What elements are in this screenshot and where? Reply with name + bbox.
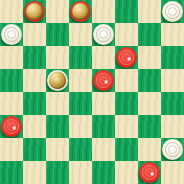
- light-square-r3c1: [23, 69, 46, 92]
- dark-square-21[interactable]: [0, 115, 23, 138]
- light-square-r6c2: [46, 138, 69, 161]
- checkers-app: [0, 0, 184, 184]
- king-crown-icon: [49, 72, 66, 89]
- red-man-square-15[interactable]: [93, 70, 114, 91]
- dark-square-1[interactable]: [23, 0, 46, 23]
- dark-square-19[interactable]: [115, 92, 138, 115]
- light-square-r1c7: [161, 23, 184, 46]
- king-crown-icon: [26, 3, 43, 20]
- dark-square-4[interactable]: [161, 0, 184, 23]
- light-square-r1c5: [115, 23, 138, 46]
- light-square-r1c1: [23, 23, 46, 46]
- light-square-r7c3: [69, 161, 92, 184]
- light-square-r5c3: [69, 115, 92, 138]
- light-square-r7c1: [23, 161, 46, 184]
- light-square-r3c3: [69, 69, 92, 92]
- light-square-r7c5: [115, 161, 138, 184]
- light-square-r3c7: [161, 69, 184, 92]
- light-square-r2c2: [46, 46, 69, 69]
- dark-square-28[interactable]: [161, 138, 184, 161]
- dark-square-17[interactable]: [23, 92, 46, 115]
- dark-square-23[interactable]: [92, 115, 115, 138]
- dark-square-27[interactable]: [115, 138, 138, 161]
- red-man-square-11[interactable]: [116, 47, 137, 68]
- light-square-r4c0: [0, 92, 23, 115]
- light-square-r6c4: [92, 138, 115, 161]
- dark-square-14[interactable]: [46, 69, 69, 92]
- dark-square-31[interactable]: [92, 161, 115, 184]
- light-square-r0c2: [46, 0, 69, 23]
- dark-square-29[interactable]: [0, 161, 23, 184]
- light-square-r5c1: [23, 115, 46, 138]
- white-man-square-4[interactable]: [162, 1, 183, 22]
- dark-square-24[interactable]: [138, 115, 161, 138]
- dark-square-20[interactable]: [161, 92, 184, 115]
- dark-square-11[interactable]: [115, 46, 138, 69]
- light-square-r4c4: [92, 92, 115, 115]
- dark-square-15[interactable]: [92, 69, 115, 92]
- dark-square-8[interactable]: [138, 23, 161, 46]
- light-square-r1c3: [69, 23, 92, 46]
- dark-square-7[interactable]: [92, 23, 115, 46]
- white-man-square-7[interactable]: [93, 24, 114, 45]
- red-man-square-21[interactable]: [1, 116, 22, 137]
- dark-square-22[interactable]: [46, 115, 69, 138]
- red-man-square-32[interactable]: [139, 162, 160, 183]
- king-crown-icon: [72, 3, 89, 20]
- dark-square-9[interactable]: [23, 46, 46, 69]
- dark-square-12[interactable]: [161, 46, 184, 69]
- dark-square-6[interactable]: [46, 23, 69, 46]
- dark-square-3[interactable]: [115, 0, 138, 23]
- dark-square-32[interactable]: [138, 161, 161, 184]
- light-square-r2c4: [92, 46, 115, 69]
- checkers-board: [0, 0, 184, 184]
- white-king-square-14[interactable]: [47, 70, 68, 91]
- dark-square-13[interactable]: [0, 69, 23, 92]
- dark-square-25[interactable]: [23, 138, 46, 161]
- light-square-r4c2: [46, 92, 69, 115]
- light-square-r3c5: [115, 69, 138, 92]
- light-square-r2c6: [138, 46, 161, 69]
- light-square-r7c7: [161, 161, 184, 184]
- dark-square-26[interactable]: [69, 138, 92, 161]
- dark-square-16[interactable]: [138, 69, 161, 92]
- dark-square-18[interactable]: [69, 92, 92, 115]
- light-square-r6c6: [138, 138, 161, 161]
- red-king-square-1[interactable]: [24, 1, 45, 22]
- light-square-r2c0: [0, 46, 23, 69]
- dark-square-5[interactable]: [0, 23, 23, 46]
- light-square-r5c5: [115, 115, 138, 138]
- white-man-square-5[interactable]: [1, 24, 22, 45]
- light-square-r5c7: [161, 115, 184, 138]
- light-square-r6c0: [0, 138, 23, 161]
- white-man-square-28[interactable]: [162, 139, 183, 160]
- red-king-square-2[interactable]: [70, 1, 91, 22]
- dark-square-30[interactable]: [46, 161, 69, 184]
- light-square-r0c6: [138, 0, 161, 23]
- light-square-r4c6: [138, 92, 161, 115]
- dark-square-2[interactable]: [69, 0, 92, 23]
- light-square-r0c4: [92, 0, 115, 23]
- dark-square-10[interactable]: [69, 46, 92, 69]
- light-square-r0c0: [0, 0, 23, 23]
